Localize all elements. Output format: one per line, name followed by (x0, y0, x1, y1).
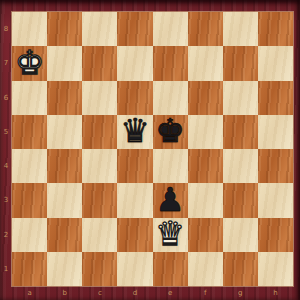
black-pawn[interactable]: ♟ (155, 183, 185, 216)
square-e3[interactable]: ♟ (153, 183, 188, 217)
square-b3[interactable] (47, 183, 82, 217)
square-a6[interactable] (12, 81, 47, 115)
square-h6[interactable] (258, 81, 293, 115)
file-label-d: d (117, 286, 152, 300)
square-f6[interactable] (188, 81, 223, 115)
square-e8[interactable] (153, 12, 188, 46)
rank-label-3: 3 (0, 183, 12, 217)
square-g7[interactable] (223, 46, 258, 80)
square-g5[interactable] (223, 115, 258, 149)
square-b1[interactable] (47, 252, 82, 286)
chess-diagram: 87654321 ♚♛♚♟♛ abcdefgh (0, 0, 300, 300)
square-h1[interactable] (258, 252, 293, 286)
black-queen[interactable]: ♛ (120, 114, 150, 147)
square-g1[interactable] (223, 252, 258, 286)
square-d2[interactable] (117, 218, 152, 252)
square-g4[interactable] (223, 149, 258, 183)
square-e6[interactable] (153, 81, 188, 115)
square-d4[interactable] (117, 149, 152, 183)
square-f7[interactable] (188, 46, 223, 80)
white-queen[interactable]: ♛ (155, 217, 185, 250)
rank-label-2: 2 (0, 218, 12, 252)
file-label-a: a (12, 286, 47, 300)
square-b7[interactable] (47, 46, 82, 80)
square-a7[interactable]: ♚ (12, 46, 47, 80)
square-a8[interactable] (12, 12, 47, 46)
square-d3[interactable] (117, 183, 152, 217)
square-d8[interactable] (117, 12, 152, 46)
square-a1[interactable] (12, 252, 47, 286)
chess-board[interactable]: ♚♛♚♟♛ (12, 12, 293, 286)
square-h4[interactable] (258, 149, 293, 183)
square-c5[interactable] (82, 115, 117, 149)
square-b8[interactable] (47, 12, 82, 46)
square-f2[interactable] (188, 218, 223, 252)
file-label-e: e (153, 286, 188, 300)
square-g6[interactable] (223, 81, 258, 115)
square-c1[interactable] (82, 252, 117, 286)
square-c8[interactable] (82, 12, 117, 46)
file-labels: abcdefgh (12, 286, 293, 300)
square-c6[interactable] (82, 81, 117, 115)
square-a4[interactable] (12, 149, 47, 183)
white-king[interactable]: ♚ (15, 46, 45, 79)
rank-labels: 87654321 (0, 12, 12, 286)
rank-label-7: 7 (0, 46, 12, 80)
rank-label-5: 5 (0, 115, 12, 149)
square-b6[interactable] (47, 81, 82, 115)
square-f8[interactable] (188, 12, 223, 46)
square-h8[interactable] (258, 12, 293, 46)
rank-label-1: 1 (0, 252, 12, 286)
file-label-g: g (223, 286, 258, 300)
square-b4[interactable] (47, 149, 82, 183)
square-c4[interactable] (82, 149, 117, 183)
square-f3[interactable] (188, 183, 223, 217)
square-h7[interactable] (258, 46, 293, 80)
square-d1[interactable] (117, 252, 152, 286)
file-label-c: c (82, 286, 117, 300)
file-label-h: h (258, 286, 293, 300)
file-label-f: f (188, 286, 223, 300)
square-h3[interactable] (258, 183, 293, 217)
square-g3[interactable] (223, 183, 258, 217)
square-c3[interactable] (82, 183, 117, 217)
square-a2[interactable] (12, 218, 47, 252)
square-e5[interactable]: ♚ (153, 115, 188, 149)
rank-label-8: 8 (0, 12, 12, 46)
square-e1[interactable] (153, 252, 188, 286)
square-f5[interactable] (188, 115, 223, 149)
rank-label-6: 6 (0, 81, 12, 115)
square-e4[interactable] (153, 149, 188, 183)
file-label-b: b (47, 286, 82, 300)
rank-label-4: 4 (0, 149, 12, 183)
square-d7[interactable] (117, 46, 152, 80)
square-g2[interactable] (223, 218, 258, 252)
square-d6[interactable] (117, 81, 152, 115)
square-e2[interactable]: ♛ (153, 218, 188, 252)
square-a5[interactable] (12, 115, 47, 149)
square-a3[interactable] (12, 183, 47, 217)
square-f1[interactable] (188, 252, 223, 286)
square-g8[interactable] (223, 12, 258, 46)
black-king[interactable]: ♚ (155, 114, 185, 147)
square-b5[interactable] (47, 115, 82, 149)
square-c2[interactable] (82, 218, 117, 252)
square-e7[interactable] (153, 46, 188, 80)
square-c7[interactable] (82, 46, 117, 80)
square-f4[interactable] (188, 149, 223, 183)
square-h5[interactable] (258, 115, 293, 149)
square-h2[interactable] (258, 218, 293, 252)
square-b2[interactable] (47, 218, 82, 252)
square-d5[interactable]: ♛ (117, 115, 152, 149)
